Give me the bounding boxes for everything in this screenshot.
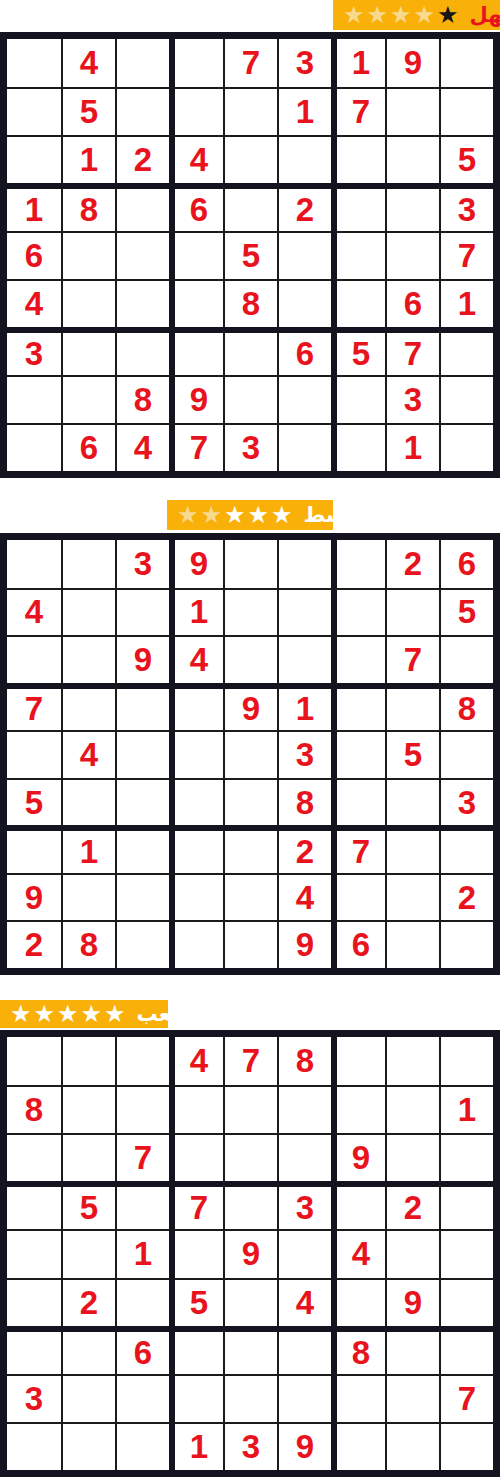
cell-r9c6: 9 (277, 920, 331, 968)
star-icon: ★ (271, 503, 293, 527)
cell-r7c2[interactable] (61, 1326, 115, 1374)
cell-r4c8[interactable] (385, 183, 439, 231)
cell-r2c9[interactable] (439, 87, 493, 135)
cell-r7c5[interactable] (223, 1326, 277, 1374)
cell-r8c3[interactable] (115, 1374, 169, 1422)
cell-r5c9[interactable] (439, 730, 493, 778)
cell-r1c4: 9 (169, 540, 223, 588)
cell-r6c9: 1 (439, 279, 493, 327)
cell-r5c4[interactable] (169, 730, 223, 778)
cell-r2c3[interactable] (115, 87, 169, 135)
cell-r7c9[interactable] (439, 1326, 493, 1374)
cell-r2c8[interactable] (385, 588, 439, 636)
cell-r6c3[interactable] (115, 1278, 169, 1326)
cell-r3c5[interactable] (223, 1133, 277, 1181)
cell-r9c2: 6 (61, 423, 115, 471)
cell-r1c6[interactable] (277, 540, 331, 588)
cell-r7c1[interactable] (7, 1326, 61, 1374)
banner-row-medium: ★★★★★ وسط (0, 500, 500, 530)
cell-r3c4: 4 (169, 135, 223, 183)
cell-r2c2[interactable] (61, 1085, 115, 1133)
star-icon: ★ (104, 1002, 126, 1026)
cell-r5c2[interactable] (61, 231, 115, 279)
cell-r9c3[interactable] (115, 920, 169, 968)
cell-r9c2[interactable] (61, 1422, 115, 1470)
cell-r3c5[interactable] (223, 135, 277, 183)
cell-r2c9: 1 (439, 1085, 493, 1133)
cell-r2c5[interactable] (223, 588, 277, 636)
cell-r9c5[interactable] (223, 920, 277, 968)
cell-r8c6: 4 (277, 873, 331, 921)
cell-r2c3[interactable] (115, 1085, 169, 1133)
star-icon: ★ (248, 503, 270, 527)
star-icon: ★ (201, 503, 223, 527)
cell-r7c6: 2 (277, 825, 331, 873)
cell-r3c8[interactable] (385, 1133, 439, 1181)
cell-r5c5: 5 (223, 231, 277, 279)
cell-r8c3[interactable] (115, 873, 169, 921)
cell-r4c4: 7 (169, 1181, 223, 1229)
cell-r8c1: 3 (7, 1374, 61, 1422)
star-icon: ★ (57, 1002, 79, 1026)
cell-r3c4[interactable] (169, 1133, 223, 1181)
cell-r1c6: 3 (277, 39, 331, 87)
cell-r6c4[interactable] (169, 778, 223, 826)
cell-r5c5: 9 (223, 1229, 277, 1277)
cell-r2c3[interactable] (115, 588, 169, 636)
cell-r2c8[interactable] (385, 87, 439, 135)
cell-r1c2: 4 (61, 39, 115, 87)
difficulty-banner-medium: ★★★★★ وسط (167, 500, 333, 530)
cell-r2c7: 7 (331, 87, 385, 135)
banner-row-hard: ★★★★★ صعب (0, 1000, 500, 1028)
cell-r7c7: 8 (331, 1326, 385, 1374)
cell-r3c8: 7 (385, 635, 439, 683)
cell-r2c9: 5 (439, 588, 493, 636)
cell-r4c6: 1 (277, 683, 331, 731)
cell-r8c7[interactable] (331, 873, 385, 921)
cell-r5c2: 4 (61, 730, 115, 778)
cell-r9c8[interactable] (385, 920, 439, 968)
cell-r8c4[interactable] (169, 873, 223, 921)
cell-r6c6: 4 (277, 1278, 331, 1326)
cell-r7c7: 5 (331, 327, 385, 375)
cell-r9c7[interactable] (331, 423, 385, 471)
sudoku-board-medium: 392641594779184355831279422896 (0, 533, 500, 975)
cell-r1c7[interactable] (331, 540, 385, 588)
cell-r5c9[interactable] (439, 1229, 493, 1277)
cell-r5c8: 5 (385, 730, 439, 778)
difficulty-label-medium: وسط (304, 505, 360, 526)
cell-r5c7: 4 (331, 1229, 385, 1277)
cell-r1c8: 9 (385, 39, 439, 87)
cell-r6c2: 2 (61, 1278, 115, 1326)
cell-r4c7[interactable] (331, 1181, 385, 1229)
cell-r9c7[interactable] (331, 1422, 385, 1470)
cell-r2c4: 1 (169, 588, 223, 636)
cell-r6c6[interactable] (277, 279, 331, 327)
cell-r7c6: 6 (277, 327, 331, 375)
cell-r6c9[interactable] (439, 1278, 493, 1326)
cell-r8c9: 2 (439, 873, 493, 921)
difficulty-label-easy: سهل (470, 5, 500, 26)
cell-r9c4: 1 (169, 1422, 223, 1470)
cell-r1c3: 3 (115, 540, 169, 588)
cell-r1c3[interactable] (115, 1037, 169, 1085)
difficulty-label-hard: صعب (137, 1004, 191, 1025)
cell-r8c1[interactable] (7, 375, 61, 423)
cell-r4c1: 7 (7, 683, 61, 731)
cell-r9c8: 1 (385, 423, 439, 471)
cell-r2c4[interactable] (169, 1085, 223, 1133)
cell-r4c2[interactable] (61, 683, 115, 731)
cell-r8c6[interactable] (277, 1374, 331, 1422)
cell-r3c9[interactable] (439, 635, 493, 683)
cell-r2c8[interactable] (385, 1085, 439, 1133)
cell-r8c6[interactable] (277, 375, 331, 423)
cell-r3c1[interactable] (7, 1133, 61, 1181)
cell-r3c2: 1 (61, 135, 115, 183)
cell-r8c3: 8 (115, 375, 169, 423)
cell-r4c8[interactable] (385, 683, 439, 731)
cell-r3c3: 9 (115, 635, 169, 683)
cell-r5c6[interactable] (277, 1229, 331, 1277)
cell-r7c9[interactable] (439, 327, 493, 375)
cell-r4c2: 5 (61, 1181, 115, 1229)
cell-r8c2[interactable] (61, 1374, 115, 1422)
cell-r6c2[interactable] (61, 778, 115, 826)
cell-r7c3: 6 (115, 1326, 169, 1374)
cell-r9c6[interactable] (277, 423, 331, 471)
cell-r4c2: 8 (61, 183, 115, 231)
cell-r8c7[interactable] (331, 1374, 385, 1422)
cell-r4c5: 9 (223, 683, 277, 731)
cell-r9c9[interactable] (439, 1422, 493, 1470)
cell-r7c6[interactable] (277, 1326, 331, 1374)
cell-r5c6: 3 (277, 730, 331, 778)
cell-r6c9: 3 (439, 778, 493, 826)
cell-r1c6: 8 (277, 1037, 331, 1085)
cell-r8c5[interactable] (223, 873, 277, 921)
cell-r8c5[interactable] (223, 1374, 277, 1422)
cell-r3c6[interactable] (277, 135, 331, 183)
cell-r8c8: 3 (385, 375, 439, 423)
cell-r8c7[interactable] (331, 375, 385, 423)
star-icon: ★ (177, 503, 199, 527)
cell-r6c3[interactable] (115, 279, 169, 327)
cell-r2c4[interactable] (169, 87, 223, 135)
cell-r7c5[interactable] (223, 825, 277, 873)
cell-r2c5[interactable] (223, 87, 277, 135)
cell-r4c8: 2 (385, 1181, 439, 1229)
cell-r7c4[interactable] (169, 1326, 223, 1374)
cell-r9c7: 6 (331, 920, 385, 968)
cell-r3c5[interactable] (223, 635, 277, 683)
cell-r5c4[interactable] (169, 231, 223, 279)
cell-r8c2[interactable] (61, 375, 115, 423)
cell-r2c1: 4 (7, 588, 61, 636)
cell-r3c4: 4 (169, 635, 223, 683)
cell-r4c5[interactable] (223, 183, 277, 231)
cell-r3c6[interactable] (277, 1133, 331, 1181)
cell-r2c2: 5 (61, 87, 115, 135)
cell-r5c7[interactable] (331, 231, 385, 279)
cell-r5c7[interactable] (331, 730, 385, 778)
cell-r2c7[interactable] (331, 1085, 385, 1133)
cell-r4c5[interactable] (223, 1181, 277, 1229)
star-icon: ★ (367, 3, 389, 27)
cell-r7c8[interactable] (385, 825, 439, 873)
difficulty-banner-easy: ★★★★★ سهل (333, 0, 500, 30)
cell-r3c1[interactable] (7, 135, 61, 183)
star-icon: ★ (224, 503, 246, 527)
cell-r6c5[interactable] (223, 778, 277, 826)
sudoku-board-easy: 473195171245186236574861365789364731 (0, 32, 500, 478)
star-icon: ★ (81, 1002, 103, 1026)
cell-r9c6: 9 (277, 1422, 331, 1470)
cell-r3c9[interactable] (439, 1133, 493, 1181)
cell-r1c9: 6 (439, 540, 493, 588)
cell-r3c7: 9 (331, 1133, 385, 1181)
cell-r7c7: 7 (331, 825, 385, 873)
cell-r7c4[interactable] (169, 825, 223, 873)
cell-r1c7: 1 (331, 39, 385, 87)
cell-r1c1[interactable] (7, 1037, 61, 1085)
cell-r8c8[interactable] (385, 873, 439, 921)
cell-r8c9: 7 (439, 1374, 493, 1422)
cell-r9c1[interactable] (7, 1422, 61, 1470)
cell-r6c2[interactable] (61, 279, 115, 327)
cell-r4c6: 2 (277, 183, 331, 231)
cell-r2c6[interactable] (277, 1085, 331, 1133)
cell-r9c1[interactable] (7, 423, 61, 471)
cell-r7c8: 7 (385, 327, 439, 375)
cell-r6c5[interactable] (223, 1278, 277, 1326)
cell-r9c1: 2 (7, 920, 61, 968)
star-icon: ★ (10, 1002, 32, 1026)
cell-r5c5[interactable] (223, 730, 277, 778)
cell-r1c1[interactable] (7, 540, 61, 588)
cell-r5c1[interactable] (7, 730, 61, 778)
cell-r1c4: 4 (169, 1037, 223, 1085)
cell-r3c9: 5 (439, 135, 493, 183)
cell-r6c8: 9 (385, 1278, 439, 1326)
cell-r6c7[interactable] (331, 279, 385, 327)
cell-r4c6: 3 (277, 1181, 331, 1229)
cell-r5c2[interactable] (61, 1229, 115, 1277)
cell-r9c3[interactable] (115, 1422, 169, 1470)
cell-r4c3[interactable] (115, 183, 169, 231)
cell-r1c8[interactable] (385, 1037, 439, 1085)
cell-r9c9[interactable] (439, 423, 493, 471)
cell-r2c7[interactable] (331, 588, 385, 636)
cell-r7c3[interactable] (115, 825, 169, 873)
cell-r9c3: 4 (115, 423, 169, 471)
cell-r5c6[interactable] (277, 231, 331, 279)
cell-r5c8[interactable] (385, 231, 439, 279)
cell-r1c2[interactable] (61, 540, 115, 588)
cell-r1c8: 2 (385, 540, 439, 588)
cell-r1c3[interactable] (115, 39, 169, 87)
cell-r6c7[interactable] (331, 1278, 385, 1326)
cell-r6c4[interactable] (169, 279, 223, 327)
star-icon: ★ (414, 3, 436, 27)
cell-r5c9: 7 (439, 231, 493, 279)
cell-r2c2[interactable] (61, 588, 115, 636)
cell-r6c5: 8 (223, 279, 277, 327)
cell-r4c4: 6 (169, 183, 223, 231)
cell-r5c1: 6 (7, 231, 61, 279)
cell-r4c7[interactable] (331, 183, 385, 231)
cell-r3c1[interactable] (7, 635, 61, 683)
cell-r5c3[interactable] (115, 730, 169, 778)
cell-r4c4[interactable] (169, 683, 223, 731)
cell-r7c4[interactable] (169, 327, 223, 375)
cell-r9c9[interactable] (439, 920, 493, 968)
cell-r4c9: 3 (439, 183, 493, 231)
cell-r4c1[interactable] (7, 1181, 61, 1229)
cell-r7c5[interactable] (223, 327, 277, 375)
cell-r8c8[interactable] (385, 1374, 439, 1422)
cell-r9c5: 3 (223, 1422, 277, 1470)
cell-r6c8[interactable] (385, 778, 439, 826)
cell-r6c1: 5 (7, 778, 61, 826)
cell-r6c3[interactable] (115, 778, 169, 826)
cell-r4c3[interactable] (115, 683, 169, 731)
star-icon: ★ (34, 1002, 56, 1026)
cell-r8c5[interactable] (223, 375, 277, 423)
cell-r4c3[interactable] (115, 1181, 169, 1229)
cell-r2c1: 8 (7, 1085, 61, 1133)
cell-r1c1[interactable] (7, 39, 61, 87)
cell-r6c1: 4 (7, 279, 61, 327)
cell-r7c1: 3 (7, 327, 61, 375)
cell-r3c2[interactable] (61, 1133, 115, 1181)
cell-r6c1[interactable] (7, 1278, 61, 1326)
cell-r8c9[interactable] (439, 375, 493, 423)
star-icon: ★ (343, 3, 365, 27)
cell-r2c6: 1 (277, 87, 331, 135)
star-icon: ★ (437, 3, 459, 27)
cell-r5c3[interactable] (115, 231, 169, 279)
sudoku-board-hard: 4788179573219425496837139 (0, 1030, 500, 1477)
cell-r3c2[interactable] (61, 635, 115, 683)
cell-r9c4[interactable] (169, 920, 223, 968)
cell-r1c4[interactable] (169, 39, 223, 87)
cell-r2c6[interactable] (277, 588, 331, 636)
cell-r6c7[interactable] (331, 778, 385, 826)
cell-r7c2[interactable] (61, 327, 115, 375)
cell-r1c5: 7 (223, 1037, 277, 1085)
star-icon: ★ (390, 3, 412, 27)
cell-r8c2[interactable] (61, 873, 115, 921)
difficulty-stars: ★★★★★ (343, 3, 459, 27)
cell-r5c3: 1 (115, 1229, 169, 1277)
cell-r1c2[interactable] (61, 1037, 115, 1085)
difficulty-stars: ★★★★★ (10, 1002, 126, 1026)
cell-r1c9[interactable] (439, 39, 493, 87)
cell-r3c7[interactable] (331, 135, 385, 183)
cell-r7c8[interactable] (385, 1326, 439, 1374)
cell-r8c4[interactable] (169, 1374, 223, 1422)
cell-r9c2: 8 (61, 920, 115, 968)
cell-r6c8: 6 (385, 279, 439, 327)
cell-r1c5[interactable] (223, 540, 277, 588)
cell-r6c6: 8 (277, 778, 331, 826)
cell-r1c7[interactable] (331, 1037, 385, 1085)
cell-r7c2: 1 (61, 825, 115, 873)
cell-r3c8[interactable] (385, 135, 439, 183)
cell-r2c5[interactable] (223, 1085, 277, 1133)
cell-r1c5: 7 (223, 39, 277, 87)
cell-r4c7[interactable] (331, 683, 385, 731)
cell-r9c4: 7 (169, 423, 223, 471)
cell-r1c9[interactable] (439, 1037, 493, 1085)
cell-r3c3: 7 (115, 1133, 169, 1181)
cell-r5c8[interactable] (385, 1229, 439, 1277)
cell-r3c6[interactable] (277, 635, 331, 683)
banner-row-easy: ★★★★★ سهل (0, 0, 500, 30)
cell-r9c5: 3 (223, 423, 277, 471)
difficulty-stars: ★★★★★ (177, 503, 293, 527)
cell-r8c1: 9 (7, 873, 61, 921)
cell-r5c1[interactable] (7, 1229, 61, 1277)
cell-r4c9: 8 (439, 683, 493, 731)
cell-r4c1: 1 (7, 183, 61, 231)
cell-r3c7[interactable] (331, 635, 385, 683)
cell-r7c3[interactable] (115, 327, 169, 375)
cell-r3c3: 2 (115, 135, 169, 183)
cell-r2c1[interactable] (7, 87, 61, 135)
cell-r7c9[interactable] (439, 825, 493, 873)
cell-r8c4: 9 (169, 375, 223, 423)
cell-r5c4[interactable] (169, 1229, 223, 1277)
cell-r6c4: 5 (169, 1278, 223, 1326)
cell-r9c8[interactable] (385, 1422, 439, 1470)
cell-r4c9[interactable] (439, 1181, 493, 1229)
difficulty-banner-hard: ★★★★★ صعب (0, 1000, 168, 1028)
cell-r7c1[interactable] (7, 825, 61, 873)
